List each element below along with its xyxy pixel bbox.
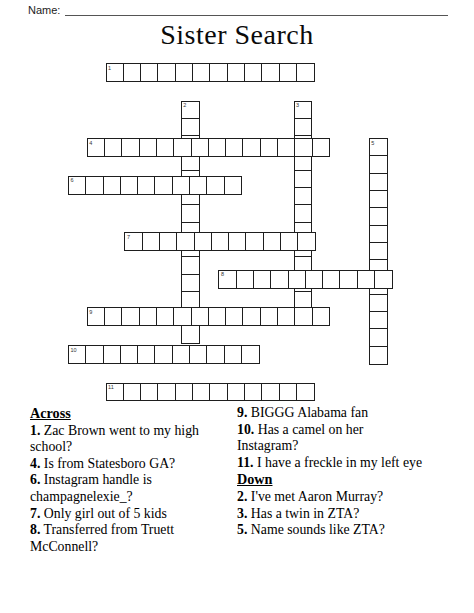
crossword-cell[interactable] (294, 118, 313, 137)
crossword-cell[interactable] (159, 232, 178, 251)
crossword-cell[interactable] (260, 307, 279, 326)
crossword-cell[interactable] (208, 138, 227, 157)
clue-number: 10 (71, 347, 77, 353)
crossword-cell[interactable] (374, 270, 393, 289)
crossword-cell[interactable] (211, 232, 230, 251)
crossword-cell[interactable] (194, 232, 213, 251)
crossword-cell[interactable] (339, 270, 358, 289)
clue-number: 4 (89, 140, 92, 146)
crossword-cell[interactable] (245, 232, 264, 251)
crossword-cell[interactable] (294, 170, 313, 189)
crossword-cell[interactable] (241, 345, 260, 364)
clue-across-8: 8. Transferred from Truett McConnell? (30, 522, 236, 555)
crossword-cell[interactable] (181, 118, 200, 137)
down-heading: Down (237, 471, 469, 488)
crossword-cell[interactable]: 8 (218, 270, 237, 289)
word-9-across: 9 (87, 307, 331, 326)
crossword-cell[interactable] (85, 176, 104, 195)
crossword-cell[interactable] (236, 270, 255, 289)
crossword-cell[interactable]: 6 (68, 176, 87, 195)
crossword-cell[interactable] (228, 232, 247, 251)
crossword-cell[interactable] (137, 345, 156, 364)
crossword-cell[interactable] (181, 204, 200, 223)
crossword-cell[interactable] (244, 383, 263, 402)
crossword-cell[interactable] (209, 63, 228, 82)
crossword-cell[interactable]: 10 (68, 345, 87, 364)
clues-column-left: Across 1. Zac Brown went to my high scho… (30, 405, 236, 555)
crossword-cell[interactable] (120, 345, 139, 364)
crossword-cell[interactable] (369, 346, 388, 365)
crossword-cell[interactable] (154, 345, 173, 364)
crossword-cell[interactable] (369, 242, 388, 261)
crossword-cell[interactable] (227, 383, 246, 402)
crossword-cell[interactable] (191, 138, 210, 157)
crossword-cell[interactable] (85, 345, 104, 364)
crossword-cell[interactable] (225, 307, 244, 326)
word-1-across: 1 (106, 63, 315, 82)
crossword-cell[interactable] (224, 345, 243, 364)
crossword-cell[interactable] (121, 138, 140, 157)
crossword-cell[interactable] (369, 311, 388, 330)
crossword-cell[interactable] (103, 345, 122, 364)
name-fill-in-line[interactable] (65, 3, 448, 16)
crossword-cell[interactable] (357, 270, 376, 289)
crossword-cell[interactable] (244, 63, 263, 82)
crossword-cell[interactable] (192, 383, 211, 402)
crossword-cell[interactable] (104, 138, 123, 157)
crossword-cell[interactable] (139, 307, 158, 326)
crossword-cell[interactable] (123, 63, 142, 82)
crossword-cell[interactable] (140, 383, 159, 402)
name-header: Name: (28, 3, 448, 16)
crossword-cell[interactable]: 2 (181, 101, 200, 120)
crossword-cell[interactable] (297, 232, 316, 251)
crossword-cell[interactable] (189, 176, 208, 195)
clue-across-11: 11. I have a freckle in my left eye (237, 455, 469, 472)
crossword-cell[interactable]: 7 (124, 232, 143, 251)
crossword-cell[interactable] (369, 207, 388, 226)
crossword-cell[interactable] (261, 383, 280, 402)
clue-across-6: 6. Instagram handle is champagnelexie_? (30, 472, 236, 505)
clue-across-4: 4. Is from Statesboro GA? (30, 456, 236, 473)
clue-number: 9 (89, 309, 92, 315)
crossword-cell[interactable] (175, 383, 194, 402)
crossword-cell[interactable] (312, 307, 331, 326)
crossword-cell[interactable] (279, 63, 298, 82)
crossword-cell[interactable] (322, 270, 341, 289)
word-11-across: 11 (106, 383, 315, 402)
crossword-cell[interactable] (369, 294, 388, 313)
crossword-cell[interactable] (173, 307, 192, 326)
crossword-cell[interactable] (294, 204, 313, 223)
crossword-cell[interactable] (172, 345, 191, 364)
crossword-cell[interactable] (280, 232, 299, 251)
clue-down-5: 5. Name sounds like ZTA? (237, 522, 469, 539)
crossword-cell[interactable] (227, 63, 246, 82)
crossword-cell[interactable]: 11 (106, 383, 125, 402)
crossword-cell[interactable] (189, 345, 208, 364)
crossword-cell[interactable] (294, 187, 313, 206)
crossword-cell[interactable] (369, 173, 388, 192)
clue-down-2: 2. I've met Aaron Murray? (237, 489, 469, 506)
crossword-cell[interactable] (121, 307, 140, 326)
crossword-cell[interactable] (369, 328, 388, 347)
word-4-across: 4 (87, 138, 331, 157)
crossword-cell[interactable] (157, 383, 176, 402)
crossword-cell[interactable] (120, 176, 139, 195)
crossword-cell[interactable]: 4 (87, 138, 106, 157)
crossword-cell[interactable] (270, 270, 289, 289)
crossword-cell[interactable] (192, 63, 211, 82)
crossword-cell[interactable] (206, 176, 225, 195)
worksheet-page: Name: Sister Search 1234567891011 Across… (0, 0, 474, 613)
crossword-cell[interactable] (181, 256, 200, 275)
clues-column-right: 9. BIGGG Alabama fan 10. Has a camel on … (237, 405, 469, 539)
word-7-across: 7 (124, 232, 316, 251)
crossword-cell[interactable]: 1 (106, 63, 125, 82)
crossword-cell[interactable] (242, 307, 261, 326)
crossword-cell[interactable] (181, 325, 200, 344)
crossword-cell[interactable] (156, 307, 175, 326)
crossword-cell[interactable] (154, 176, 173, 195)
crossword-cell[interactable] (142, 232, 161, 251)
crossword-cell[interactable] (209, 383, 228, 402)
crossword-cell[interactable] (224, 176, 243, 195)
crossword-cell[interactable] (253, 270, 272, 289)
crossword-cell[interactable] (225, 138, 244, 157)
crossword-cell[interactable] (208, 307, 227, 326)
crossword-cell[interactable] (369, 155, 388, 174)
crossword-cell[interactable] (123, 383, 142, 402)
crossword-cell[interactable] (369, 225, 388, 244)
page-title: Sister Search (0, 19, 474, 51)
clue-across-7: 7. Only girl out of 5 kids (30, 506, 236, 523)
crossword-cell[interactable]: 9 (87, 307, 106, 326)
crossword-cell[interactable] (288, 270, 307, 289)
word-8-across: 8 (218, 270, 392, 289)
clue-down-3: 3. Has a twin in ZTA? (237, 506, 469, 523)
word-6-across: 6 (68, 176, 242, 195)
crossword-cell[interactable] (296, 63, 315, 82)
clue-across-10: 10. Has a camel on her Instagram? (237, 422, 412, 455)
crossword-cell[interactable] (277, 138, 296, 157)
crossword-cell[interactable] (156, 138, 175, 157)
clue-across-9: 9. BIGGG Alabama fan (237, 405, 469, 422)
crossword-cell[interactable] (369, 190, 388, 209)
crossword-cell[interactable] (305, 270, 324, 289)
crossword-grid: 1234567891011 (68, 63, 407, 402)
crossword-cell[interactable]: 3 (294, 101, 313, 120)
crossword-cell[interactable] (139, 138, 158, 157)
crossword-cell[interactable] (191, 307, 210, 326)
crossword-cell[interactable] (206, 345, 225, 364)
crossword-cell[interactable] (176, 232, 195, 251)
clue-number: 2 (183, 102, 186, 108)
crossword-cell[interactable] (173, 138, 192, 157)
crossword-cell[interactable] (260, 138, 279, 157)
crossword-cell[interactable] (104, 307, 123, 326)
clue-number: 7 (127, 234, 130, 240)
clue-number: 1 (108, 65, 111, 71)
across-heading: Across (30, 405, 236, 422)
crossword-cell[interactable] (181, 274, 200, 293)
clue-across-1: 1. Zac Brown went to my high school? (30, 423, 236, 456)
word-10-across: 10 (68, 345, 260, 364)
clue-number: 5 (371, 140, 374, 146)
crossword-cell[interactable]: 5 (369, 138, 388, 157)
crossword-cell[interactable] (277, 307, 296, 326)
crossword-cell[interactable] (103, 176, 122, 195)
word-5-down: 5 (369, 138, 388, 364)
crossword-cell[interactable] (263, 232, 282, 251)
clue-number: 3 (296, 102, 299, 108)
clue-number: 6 (71, 177, 74, 183)
clue-number: 8 (221, 271, 224, 277)
clue-number: 11 (108, 384, 114, 390)
crossword-cell[interactable] (294, 307, 313, 326)
crossword-cell[interactable] (296, 383, 315, 402)
crossword-cell[interactable] (175, 63, 194, 82)
crossword-cell[interactable] (312, 138, 331, 157)
name-label: Name: (28, 4, 65, 16)
crossword-cell[interactable] (140, 63, 159, 82)
crossword-cell[interactable] (172, 176, 191, 195)
crossword-cell[interactable] (137, 176, 156, 195)
crossword-cell[interactable] (157, 63, 176, 82)
crossword-cell[interactable] (261, 63, 280, 82)
crossword-cell[interactable] (294, 138, 313, 157)
crossword-cell[interactable] (279, 383, 298, 402)
crossword-cell[interactable] (242, 138, 261, 157)
